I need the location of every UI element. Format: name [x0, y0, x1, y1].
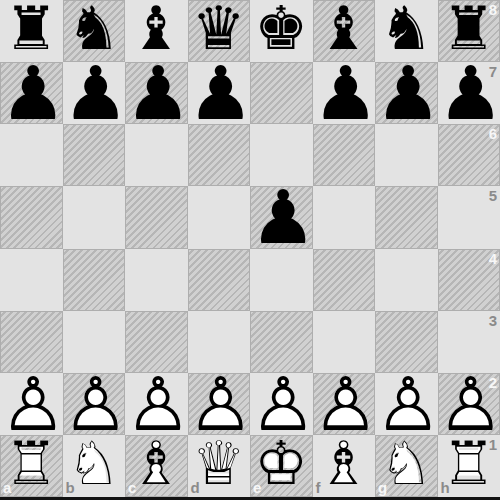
square-d2[interactable]: ♟♙ — [188, 373, 251, 435]
square-a2[interactable]: ♟♙ — [0, 373, 63, 435]
piece-outline: ♘ — [67, 433, 121, 493]
square-a4[interactable] — [0, 249, 63, 311]
white-pawn[interactable]: ♟♙ — [250, 367, 313, 429]
square-g5[interactable] — [375, 186, 438, 248]
white-queen[interactable]: ♛♕ — [188, 432, 251, 494]
square-h7[interactable]: ♟7 — [438, 62, 500, 124]
square-g2[interactable]: ♟♙ — [375, 373, 438, 435]
black-king[interactable]: ♚ — [250, 0, 313, 59]
piece-outline: ♗ — [129, 433, 183, 493]
rank-label-6: 6 — [489, 126, 497, 141]
square-g4[interactable] — [375, 249, 438, 311]
square-e4[interactable] — [250, 249, 313, 311]
square-b5[interactable] — [63, 186, 126, 248]
square-f1[interactable]: ♝♗f — [313, 435, 376, 497]
square-d5[interactable] — [188, 186, 251, 248]
white-rook[interactable]: ♜♖ — [438, 432, 500, 494]
square-f5[interactable] — [313, 186, 376, 248]
white-knight[interactable]: ♞♘ — [375, 432, 438, 494]
white-king[interactable]: ♚♔ — [250, 432, 313, 494]
square-f4[interactable] — [313, 249, 376, 311]
white-pawn[interactable]: ♟♙ — [313, 367, 376, 429]
black-pawn[interactable]: ♟ — [375, 56, 438, 118]
square-c4[interactable] — [125, 249, 188, 311]
black-pawn[interactable]: ♟ — [250, 180, 313, 242]
square-b7[interactable]: ♟ — [63, 62, 126, 124]
piece-outline: ♗ — [317, 433, 371, 493]
square-h5[interactable]: 5 — [438, 186, 500, 248]
square-d4[interactable] — [188, 249, 251, 311]
square-c5[interactable] — [125, 186, 188, 248]
square-e1[interactable]: ♚♔e — [250, 435, 313, 497]
square-f2[interactable]: ♟♙ — [313, 373, 376, 435]
white-rook[interactable]: ♜♖ — [0, 432, 63, 494]
black-pawn[interactable]: ♟ — [63, 56, 126, 118]
rank-label-3: 3 — [489, 313, 497, 328]
square-b6[interactable] — [63, 124, 126, 186]
square-a6[interactable] — [0, 124, 63, 186]
piece-outline: ♕ — [192, 433, 246, 493]
square-d7[interactable]: ♟ — [188, 62, 251, 124]
square-a1[interactable]: ♜♖a — [0, 435, 63, 497]
white-bishop[interactable]: ♝♗ — [313, 432, 376, 494]
piece-outline: ♔ — [254, 433, 308, 493]
square-c7[interactable]: ♟ — [125, 62, 188, 124]
square-c2[interactable]: ♟♙ — [125, 373, 188, 435]
square-b1[interactable]: ♞♘b — [63, 435, 126, 497]
square-h6[interactable]: 6 — [438, 124, 500, 186]
square-g6[interactable] — [375, 124, 438, 186]
square-f7[interactable]: ♟ — [313, 62, 376, 124]
square-b2[interactable]: ♟♙ — [63, 373, 126, 435]
square-h1[interactable]: ♜♖1h — [438, 435, 500, 497]
white-pawn[interactable]: ♟♙ — [63, 367, 126, 429]
white-bishop[interactable]: ♝♗ — [125, 432, 188, 494]
white-pawn[interactable]: ♟♙ — [438, 367, 500, 429]
square-b4[interactable] — [63, 249, 126, 311]
piece-outline: ♘ — [379, 433, 433, 493]
black-pawn[interactable]: ♟ — [438, 56, 500, 118]
square-c1[interactable]: ♝♗c — [125, 435, 188, 497]
white-knight[interactable]: ♞♘ — [63, 432, 126, 494]
white-pawn[interactable]: ♟♙ — [0, 367, 63, 429]
rank-label-4: 4 — [489, 251, 497, 266]
white-pawn[interactable]: ♟♙ — [125, 367, 188, 429]
square-h4[interactable]: 4 — [438, 249, 500, 311]
black-pawn[interactable]: ♟ — [125, 56, 188, 118]
square-e7[interactable] — [250, 62, 313, 124]
square-g1[interactable]: ♞♘g — [375, 435, 438, 497]
square-f6[interactable] — [313, 124, 376, 186]
piece-outline: ♖ — [442, 433, 496, 493]
chess-app: ♜♞♝♛♚♝♞♜8♟♟♟♟♟♟♟76♟543♟♙♟♙♟♙♟♙♟♙♟♙♟♙♟♙2♜… — [0, 0, 500, 500]
rank-label-5: 5 — [489, 188, 497, 203]
piece-outline: ♖ — [4, 433, 58, 493]
square-h2[interactable]: ♟♙2 — [438, 373, 500, 435]
white-pawn[interactable]: ♟♙ — [188, 367, 251, 429]
square-d6[interactable] — [188, 124, 251, 186]
black-pawn[interactable]: ♟ — [0, 56, 63, 118]
black-pawn[interactable]: ♟ — [188, 56, 251, 118]
square-a7[interactable]: ♟ — [0, 62, 63, 124]
square-e2[interactable]: ♟♙ — [250, 373, 313, 435]
square-c6[interactable] — [125, 124, 188, 186]
square-g7[interactable]: ♟ — [375, 62, 438, 124]
white-pawn[interactable]: ♟♙ — [375, 367, 438, 429]
square-e8[interactable]: ♚ — [250, 0, 313, 62]
square-a5[interactable] — [0, 186, 63, 248]
black-pawn[interactable]: ♟ — [313, 56, 376, 118]
chess-board: ♜♞♝♛♚♝♞♜8♟♟♟♟♟♟♟76♟543♟♙♟♙♟♙♟♙♟♙♟♙♟♙♟♙2♜… — [0, 0, 500, 497]
square-d1[interactable]: ♛♕d — [188, 435, 251, 497]
square-e5[interactable]: ♟ — [250, 186, 313, 248]
